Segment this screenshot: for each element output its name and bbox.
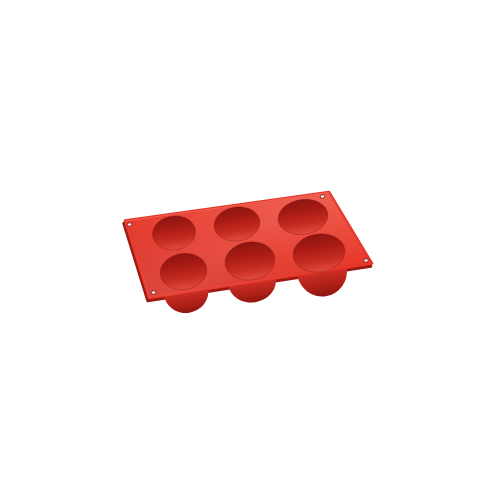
product-image [0, 0, 500, 500]
muffin-mold-illustration [0, 0, 500, 500]
